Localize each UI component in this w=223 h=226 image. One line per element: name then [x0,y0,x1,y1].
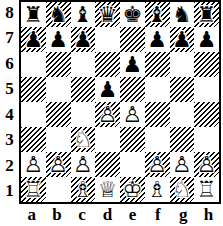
piece-black-pawn[interactable]: ♟ [71,27,96,52]
piece-glyph: ♜ [21,2,46,27]
file-label-c: c [70,203,95,226]
square-f3[interactable] [145,127,170,152]
piece-outline: ♘ [71,127,96,152]
square-a2[interactable]: ♟♙ [21,152,46,177]
piece-black-rook[interactable]: ♜ [194,2,219,27]
square-h3[interactable] [194,127,219,152]
rank-labels: 87654321 [0,0,19,204]
square-h7[interactable]: ♟ [194,27,219,52]
square-f2[interactable]: ♟♙ [145,152,170,177]
square-g3[interactable] [170,127,195,152]
piece-black-knight[interactable]: ♞ [46,2,71,27]
piece-outline: ♗ [71,177,96,202]
square-e1[interactable]: ♚♔ [120,177,145,202]
square-f7[interactable]: ♟ [145,27,170,52]
square-b8[interactable]: ♞ [46,2,71,27]
piece-glyph: ♟ [194,27,219,52]
piece-outline: ♗ [145,177,170,202]
piece-black-queen[interactable]: ♛ [95,2,120,27]
piece-outline: ♔ [120,177,145,202]
square-h6[interactable] [194,52,219,77]
piece-white-knight[interactable]: ♞♘ [71,127,96,152]
square-h8[interactable]: ♜ [194,2,219,27]
piece-glyph: ♜ [194,2,219,27]
file-label-g: g [171,203,196,226]
piece-outline: ♙ [145,152,170,177]
piece-white-rook[interactable]: ♜♖ [194,177,219,202]
file-label-e: e [120,203,145,226]
square-c3[interactable]: ♞♘ [71,127,96,152]
square-a4[interactable] [21,102,46,127]
piece-black-bishop[interactable]: ♝ [145,2,170,27]
square-e6[interactable]: ♟ [120,52,145,77]
piece-white-pawn[interactable]: ♟♙ [21,152,46,177]
square-b6[interactable] [46,52,71,77]
square-d3[interactable] [95,127,120,152]
piece-white-pawn[interactable]: ♟♙ [71,152,96,177]
square-h1[interactable]: ♜♖ [194,177,219,202]
rank-label-7: 7 [0,26,19,52]
square-d8[interactable]: ♛ [95,2,120,27]
piece-white-king[interactable]: ♚♔ [120,177,145,202]
piece-outline: ♙ [21,152,46,177]
piece-white-rook[interactable]: ♜♖ [21,177,46,202]
piece-glyph: ♚ [120,2,145,27]
piece-glyph: ♝ [71,2,96,27]
file-label-h: h [196,203,221,226]
file-label-f: f [145,203,170,226]
square-c7[interactable]: ♟ [71,27,96,52]
square-b2[interactable]: ♟♙ [46,152,71,177]
square-g5[interactable] [170,77,195,102]
file-label-d: d [95,203,120,226]
square-b1[interactable] [46,177,71,202]
piece-black-pawn[interactable]: ♟ [120,52,145,77]
piece-outline: ♕ [95,177,120,202]
square-e5[interactable] [120,77,145,102]
square-a6[interactable] [21,52,46,77]
piece-outline: ♙ [120,102,145,127]
piece-glyph: ♟ [71,27,96,52]
square-c2[interactable]: ♟♙ [71,152,96,177]
square-a3[interactable] [21,127,46,152]
square-a7[interactable]: ♟ [21,27,46,52]
piece-glyph: ♟ [95,77,120,102]
square-f5[interactable] [145,77,170,102]
square-d6[interactable] [95,52,120,77]
piece-glyph: ♛ [95,2,120,27]
piece-black-pawn[interactable]: ♟ [95,77,120,102]
square-f8[interactable]: ♝ [145,2,170,27]
square-e8[interactable]: ♚ [120,2,145,27]
piece-glyph: ♟ [120,52,145,77]
piece-glyph: ♟ [46,27,71,52]
square-b4[interactable] [46,102,71,127]
piece-black-king[interactable]: ♚ [120,2,145,27]
square-f1[interactable]: ♝♗ [145,177,170,202]
square-a5[interactable] [21,77,46,102]
square-a8[interactable]: ♜ [21,2,46,27]
piece-white-pawn[interactable]: ♟♙ [145,152,170,177]
piece-outline: ♘ [170,177,195,202]
piece-white-bishop[interactable]: ♝♗ [145,177,170,202]
square-d7[interactable] [95,27,120,52]
piece-outline: ♙ [46,152,71,177]
square-d1[interactable]: ♛♕ [95,177,120,202]
piece-white-pawn[interactable]: ♟♙ [170,152,195,177]
square-g7[interactable]: ♟ [170,27,195,52]
rank-label-4: 4 [0,102,19,128]
square-g8[interactable]: ♞ [170,2,195,27]
rank-label-5: 5 [0,77,19,103]
file-label-b: b [44,203,69,226]
square-h2[interactable]: ♟♙ [194,152,219,177]
piece-outline: ♙ [95,102,120,127]
square-f4[interactable] [145,102,170,127]
square-e4[interactable]: ♟♙ [120,102,145,127]
chess-board[interactable]: ♜♞♝♛♚♝♞♜♟♟♟♟♟♟♟♟♟♙♟♙♞♘♟♙♟♙♟♙♟♙♟♙♟♙♜♖♝♗♛♕… [19,0,221,204]
square-c4[interactable] [71,102,96,127]
piece-black-knight[interactable]: ♞ [170,2,195,27]
piece-black-pawn[interactable]: ♟ [194,27,219,52]
piece-black-pawn[interactable]: ♟ [145,27,170,52]
square-b3[interactable] [46,127,71,152]
square-h4[interactable] [194,102,219,127]
square-e7[interactable] [120,27,145,52]
piece-black-rook[interactable]: ♜ [21,2,46,27]
piece-glyph: ♟ [145,27,170,52]
piece-white-queen[interactable]: ♛♕ [95,177,120,202]
piece-black-pawn[interactable]: ♟ [21,27,46,52]
piece-black-pawn[interactable]: ♟ [170,27,195,52]
square-g6[interactable] [170,52,195,77]
square-c6[interactable] [71,52,96,77]
file-labels: abcdefgh [19,203,221,226]
square-a1[interactable]: ♜♖ [21,177,46,202]
square-d4[interactable]: ♟♙ [95,102,120,127]
piece-glyph: ♝ [145,2,170,27]
square-d5[interactable]: ♟ [95,77,120,102]
chess-diagram: 87654321 ♜♞♝♛♚♝♞♜♟♟♟♟♟♟♟♟♟♙♟♙♞♘♟♙♟♙♟♙♟♙♟… [0,0,223,226]
piece-outline: ♖ [21,177,46,202]
rank-label-1: 1 [0,179,19,205]
piece-outline: ♙ [71,152,96,177]
piece-black-bishop[interactable]: ♝ [71,2,96,27]
file-label-a: a [19,203,44,226]
square-g2[interactable]: ♟♙ [170,152,195,177]
rank-label-3: 3 [0,128,19,154]
piece-glyph: ♟ [21,27,46,52]
piece-white-knight[interactable]: ♞♘ [170,177,195,202]
piece-white-bishop[interactable]: ♝♗ [71,177,96,202]
piece-white-pawn[interactable]: ♟♙ [95,102,120,127]
square-g1[interactable]: ♞♘ [170,177,195,202]
piece-outline: ♖ [194,177,219,202]
piece-glyph: ♞ [170,2,195,27]
square-b7[interactable]: ♟ [46,27,71,52]
rank-label-2: 2 [0,153,19,179]
piece-white-pawn[interactable]: ♟♙ [194,152,219,177]
square-c1[interactable]: ♝♗ [71,177,96,202]
piece-white-pawn[interactable]: ♟♙ [46,152,71,177]
piece-glyph: ♟ [170,27,195,52]
square-c8[interactable]: ♝ [71,2,96,27]
square-g4[interactable] [170,102,195,127]
piece-black-pawn[interactable]: ♟ [46,27,71,52]
square-d2[interactable] [95,152,120,177]
rank-label-6: 6 [0,51,19,77]
square-f6[interactable] [145,52,170,77]
square-e2[interactable] [120,152,145,177]
square-h5[interactable] [194,77,219,102]
piece-white-pawn[interactable]: ♟♙ [120,102,145,127]
square-b5[interactable] [46,77,71,102]
square-c5[interactable] [71,77,96,102]
piece-outline: ♙ [170,152,195,177]
piece-outline: ♙ [194,152,219,177]
rank-label-8: 8 [0,0,19,26]
piece-glyph: ♞ [46,2,71,27]
square-e3[interactable] [120,127,145,152]
